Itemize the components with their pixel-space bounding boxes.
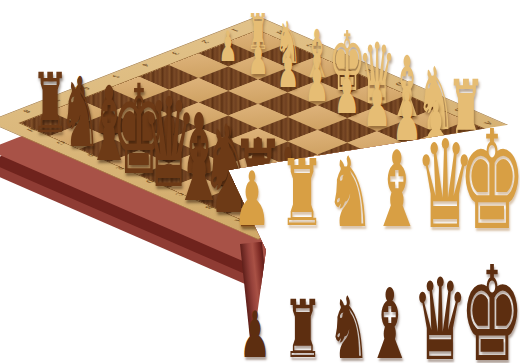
sample-piece-dark-rook: ♜ (283, 290, 322, 363)
sample-piece-dark-bishop: ♝ (366, 276, 414, 363)
sample-piece-dark-knight: ♞ (328, 285, 370, 363)
rank-label-left-8: 8 (21, 109, 32, 114)
rank-label-right-4: 4 (393, 173, 404, 178)
sample-piece-light-king: ♚ (458, 112, 520, 249)
square-a5 (317, 167, 376, 192)
rank-label-right-6: 6 (333, 196, 344, 201)
piece-white-pawn-c2: ♟ (363, 74, 391, 137)
sample-piece-light-queen: ♛ (415, 124, 475, 246)
piece-white-pawn-g2: ♟ (248, 35, 269, 81)
piece-black-rook-a8: ♜ (231, 124, 285, 244)
piece-white-pawn-f2: ♟ (276, 45, 299, 95)
square-a4 (347, 156, 406, 181)
rank-label-left-3: 3 (170, 51, 181, 56)
chess-set-product-photo: HH11GG22FF33EE44DD55CC66BB77AA88 ♜♞♝♛♚♝♞… (0, 0, 520, 363)
rank-label-right-5: 5 (363, 184, 374, 189)
piece-white-rook-a1: ♜ (447, 69, 486, 156)
board-scene: HH11GG22FF33EE44DD55CC66BB77AA88 ♜♞♝♛♚♝♞… (0, 0, 520, 363)
sample-piece-light-knight: ♞ (326, 144, 374, 241)
rank-label-right-7: 7 (303, 207, 314, 212)
square-a6 (288, 179, 347, 204)
sample-piece-light-bishop: ♝ (371, 138, 423, 243)
board-base-corner (240, 242, 273, 352)
piece-white-pawn-e2: ♟ (305, 55, 329, 110)
piece-white-pawn-a2: ♟ (421, 93, 453, 164)
piece-white-pawn-h2: ♟ (219, 26, 238, 68)
rank-label-right-1: 1 (482, 138, 493, 143)
square-a7 (258, 191, 317, 216)
square-a3 (377, 144, 436, 169)
piece-white-pawn-b2: ♟ (392, 84, 422, 151)
rank-label-left-2: 2 (199, 39, 210, 44)
sample-piece-light-rook: ♜ (279, 148, 324, 240)
square-b6 (258, 166, 317, 191)
sample-piece-dark-queen: ♛ (412, 264, 468, 363)
rank-label-right-2: 2 (452, 149, 463, 154)
piece-white-pawn-d2: ♟ (334, 64, 360, 123)
rank-label-right-8: 8 (274, 219, 285, 224)
rank-label-right-3: 3 (422, 161, 433, 166)
sample-piece-dark-king: ♚ (460, 249, 520, 363)
